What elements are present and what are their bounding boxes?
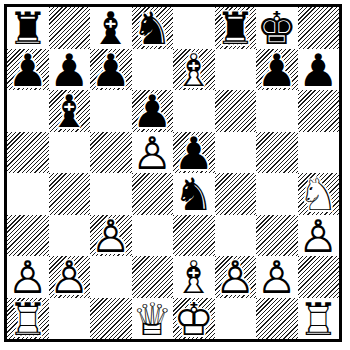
white-piece-fill: ♟ <box>256 257 298 299</box>
square-d2[interactable] <box>132 256 174 298</box>
white-piece-outline: ♗ <box>173 50 215 92</box>
white-bishop[interactable]: ♝♗ <box>173 49 215 91</box>
square-b2[interactable]: ♟♙ <box>49 256 91 298</box>
square-a4[interactable] <box>7 173 49 215</box>
square-b6[interactable]: ♝ <box>49 90 91 132</box>
black-rook[interactable]: ♜ <box>215 7 257 49</box>
black-knight[interactable]: ♞ <box>132 7 174 49</box>
square-d6[interactable]: ♟ <box>132 90 174 132</box>
black-piece-glyph: ♝ <box>49 91 91 133</box>
white-piece-fill: ♟ <box>7 257 49 299</box>
white-piece-fill: ♟ <box>215 257 257 299</box>
black-piece-glyph: ♞ <box>173 174 215 216</box>
square-g6[interactable] <box>256 90 298 132</box>
white-piece-outline: ♖ <box>7 299 49 341</box>
white-bishop[interactable]: ♝♗ <box>173 256 215 298</box>
square-g4[interactable] <box>256 173 298 215</box>
white-piece-fill: ♛ <box>132 299 174 341</box>
square-f3[interactable] <box>215 215 257 257</box>
black-pawn[interactable]: ♟ <box>132 90 174 132</box>
square-h5[interactable] <box>298 132 340 174</box>
square-h8[interactable] <box>298 7 340 49</box>
black-piece-glyph: ♟ <box>49 50 91 92</box>
black-piece-glyph: ♟ <box>298 50 340 92</box>
square-a1[interactable]: ♜♖ <box>7 298 49 340</box>
square-h2[interactable] <box>298 256 340 298</box>
square-e8[interactable] <box>173 7 215 49</box>
white-piece-fill: ♞ <box>298 174 340 216</box>
white-piece-outline: ♙ <box>7 257 49 299</box>
square-f8[interactable]: ♜ <box>215 7 257 49</box>
white-piece-outline: ♙ <box>215 257 257 299</box>
square-d7[interactable] <box>132 49 174 91</box>
black-piece-glyph: ♟ <box>132 91 174 133</box>
white-pawn[interactable]: ♟♙ <box>215 256 257 298</box>
white-piece-fill: ♚ <box>173 299 215 341</box>
square-f7[interactable] <box>215 49 257 91</box>
white-piece-outline: ♙ <box>132 133 174 175</box>
white-piece-outline: ♙ <box>298 216 340 258</box>
white-pawn[interactable]: ♟♙ <box>90 215 132 257</box>
white-pawn[interactable]: ♟♙ <box>132 132 174 174</box>
square-a6[interactable] <box>7 90 49 132</box>
square-c7[interactable]: ♟ <box>90 49 132 91</box>
board-grid: ♜♝♞♜♚♟♟♟♝♗♟♟♝♟♟♙♟♞♞♘♟♙♟♙♟♙♟♙♝♗♟♙♟♙♜♖♛♕♚♔… <box>7 7 339 339</box>
square-h1[interactable]: ♜♖ <box>298 298 340 340</box>
square-h3[interactable]: ♟♙ <box>298 215 340 257</box>
black-pawn[interactable]: ♟ <box>49 49 91 91</box>
white-piece-outline: ♘ <box>298 174 340 216</box>
square-c4[interactable] <box>90 173 132 215</box>
white-king[interactable]: ♚♔ <box>173 298 215 340</box>
black-piece-glyph: ♟ <box>173 133 215 175</box>
white-pawn[interactable]: ♟♙ <box>49 256 91 298</box>
black-pawn[interactable]: ♟ <box>7 49 49 91</box>
white-piece-fill: ♟ <box>90 216 132 258</box>
black-piece-glyph: ♟ <box>90 50 132 92</box>
black-knight[interactable]: ♞ <box>173 173 215 215</box>
square-e7[interactable]: ♝♗ <box>173 49 215 91</box>
black-bishop[interactable]: ♝ <box>90 7 132 49</box>
white-piece-outline: ♙ <box>90 216 132 258</box>
white-piece-outline: ♔ <box>173 299 215 341</box>
square-b3[interactable] <box>49 215 91 257</box>
square-d3[interactable] <box>132 215 174 257</box>
square-g1[interactable] <box>256 298 298 340</box>
white-knight[interactable]: ♞♘ <box>298 173 340 215</box>
square-e1[interactable]: ♚♔ <box>173 298 215 340</box>
square-h7[interactable]: ♟ <box>298 49 340 91</box>
square-c3[interactable]: ♟♙ <box>90 215 132 257</box>
square-c8[interactable]: ♝ <box>90 7 132 49</box>
white-piece-fill: ♟ <box>132 133 174 175</box>
white-piece-fill: ♜ <box>298 299 340 341</box>
white-rook[interactable]: ♜♖ <box>298 298 340 340</box>
square-b1[interactable] <box>49 298 91 340</box>
square-c6[interactable] <box>90 90 132 132</box>
black-bishop[interactable]: ♝ <box>49 90 91 132</box>
white-piece-outline: ♗ <box>173 257 215 299</box>
black-piece-glyph: ♞ <box>132 8 174 50</box>
square-f5[interactable] <box>215 132 257 174</box>
square-b5[interactable] <box>49 132 91 174</box>
white-pawn[interactable]: ♟♙ <box>256 256 298 298</box>
black-pawn[interactable]: ♟ <box>173 132 215 174</box>
chess-diagram: ♜♝♞♜♚♟♟♟♝♗♟♟♝♟♟♙♟♞♞♘♟♙♟♙♟♙♟♙♝♗♟♙♟♙♜♖♛♕♚♔… <box>0 0 350 350</box>
black-king[interactable]: ♚ <box>256 7 298 49</box>
white-piece-outline: ♙ <box>256 257 298 299</box>
square-f1[interactable] <box>215 298 257 340</box>
square-g5[interactable] <box>256 132 298 174</box>
black-piece-glyph: ♜ <box>215 8 257 50</box>
square-h4[interactable]: ♞♘ <box>298 173 340 215</box>
square-g8[interactable]: ♚ <box>256 7 298 49</box>
square-e6[interactable] <box>173 90 215 132</box>
square-e4[interactable]: ♞ <box>173 173 215 215</box>
black-rook[interactable]: ♜ <box>7 7 49 49</box>
white-piece-fill: ♝ <box>173 50 215 92</box>
square-a2[interactable]: ♟♙ <box>7 256 49 298</box>
white-piece-outline: ♖ <box>298 299 340 341</box>
square-a3[interactable] <box>7 215 49 257</box>
white-piece-fill: ♟ <box>49 257 91 299</box>
square-f2[interactable]: ♟♙ <box>215 256 257 298</box>
black-piece-glyph: ♟ <box>7 50 49 92</box>
white-piece-fill: ♝ <box>173 257 215 299</box>
white-piece-fill: ♜ <box>7 299 49 341</box>
white-rook[interactable]: ♜♖ <box>7 298 49 340</box>
square-b4[interactable] <box>49 173 91 215</box>
square-d5[interactable]: ♟♙ <box>132 132 174 174</box>
square-f4[interactable] <box>215 173 257 215</box>
square-e2[interactable]: ♝♗ <box>173 256 215 298</box>
black-piece-glyph: ♚ <box>256 8 298 50</box>
black-pawn[interactable]: ♟ <box>298 49 340 91</box>
square-e5[interactable]: ♟ <box>173 132 215 174</box>
square-d8[interactable]: ♞ <box>132 7 174 49</box>
white-queen[interactable]: ♛♕ <box>132 298 174 340</box>
square-a8[interactable]: ♜ <box>7 7 49 49</box>
white-piece-outline: ♙ <box>49 257 91 299</box>
square-h6[interactable] <box>298 90 340 132</box>
square-b7[interactable]: ♟ <box>49 49 91 91</box>
black-pawn[interactable]: ♟ <box>90 49 132 91</box>
square-e3[interactable] <box>173 215 215 257</box>
white-piece-fill: ♟ <box>298 216 340 258</box>
square-d1[interactable]: ♛♕ <box>132 298 174 340</box>
square-c1[interactable] <box>90 298 132 340</box>
square-g7[interactable]: ♟ <box>256 49 298 91</box>
square-b8[interactable] <box>49 7 91 49</box>
square-a7[interactable]: ♟ <box>7 49 49 91</box>
square-c5[interactable] <box>90 132 132 174</box>
square-f6[interactable] <box>215 90 257 132</box>
square-g3[interactable] <box>256 215 298 257</box>
square-a5[interactable] <box>7 132 49 174</box>
white-pawn[interactable]: ♟♙ <box>298 215 340 257</box>
black-piece-glyph: ♟ <box>256 50 298 92</box>
black-piece-glyph: ♝ <box>90 8 132 50</box>
black-pawn[interactable]: ♟ <box>256 49 298 91</box>
black-piece-glyph: ♜ <box>7 8 49 50</box>
square-c2[interactable] <box>90 256 132 298</box>
chess-board: ♜♝♞♜♚♟♟♟♝♗♟♟♝♟♟♙♟♞♞♘♟♙♟♙♟♙♟♙♝♗♟♙♟♙♜♖♛♕♚♔… <box>4 4 342 342</box>
white-pawn[interactable]: ♟♙ <box>7 256 49 298</box>
square-g2[interactable]: ♟♙ <box>256 256 298 298</box>
white-piece-outline: ♕ <box>132 299 174 341</box>
square-d4[interactable] <box>132 173 174 215</box>
